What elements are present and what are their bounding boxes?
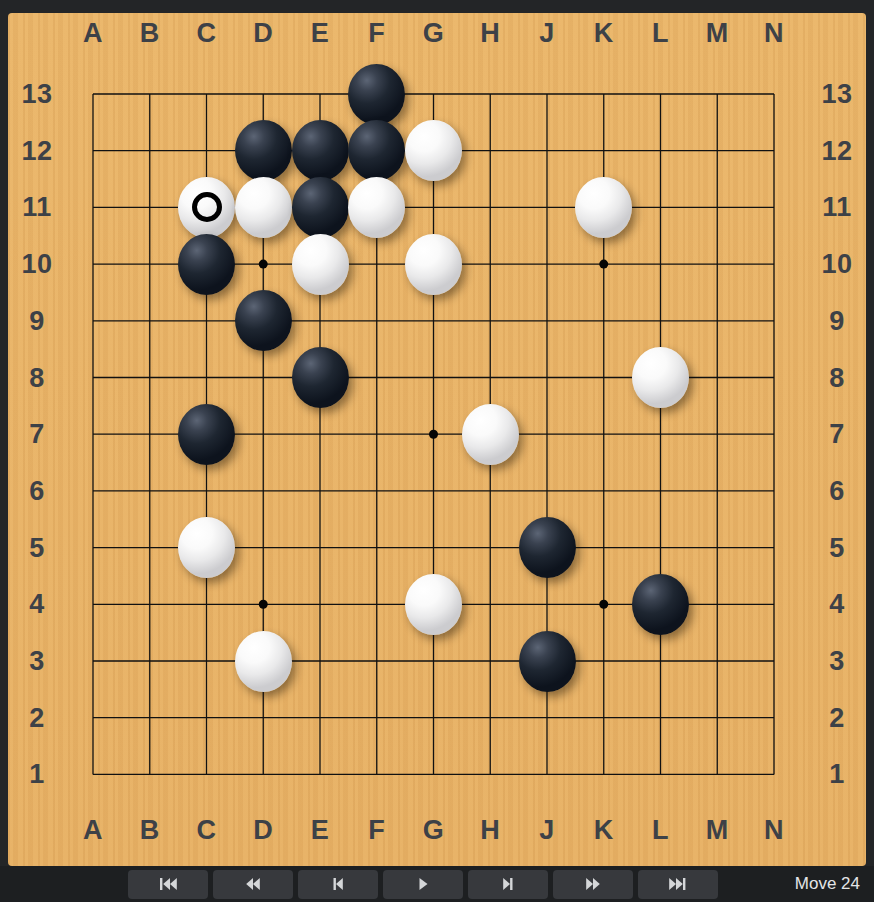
column-label-top: J — [539, 18, 555, 49]
column-label-bottom: L — [652, 815, 669, 846]
column-label-top: H — [480, 18, 500, 49]
row-label-right: 4 — [829, 589, 845, 620]
column-label-bottom: F — [368, 815, 385, 846]
stone-black — [292, 177, 349, 238]
column-label-bottom: G — [423, 815, 445, 846]
column-label-bottom: A — [83, 815, 103, 846]
star-point — [259, 600, 268, 609]
row-label-left: 9 — [29, 305, 45, 336]
column-label-top: N — [764, 18, 784, 49]
column-label-bottom: N — [764, 815, 784, 846]
stone-white — [405, 120, 462, 181]
row-label-left: 1 — [29, 759, 45, 790]
stone-white — [462, 404, 519, 465]
fast-forward-button[interactable] — [553, 870, 633, 899]
stone-white — [235, 177, 292, 238]
row-label-left: 13 — [21, 79, 52, 110]
row-label-right: 12 — [821, 135, 852, 166]
skip-back-icon — [156, 876, 180, 892]
row-label-left: 6 — [29, 475, 45, 506]
column-label-top: F — [368, 18, 385, 49]
first-move-button[interactable] — [128, 870, 208, 899]
stone-black — [519, 517, 576, 578]
column-label-top: B — [140, 18, 160, 49]
playback-buttons — [128, 870, 718, 899]
row-label-left: 8 — [29, 362, 45, 393]
stone-black — [235, 290, 292, 351]
stone-black — [348, 64, 405, 125]
row-label-left: 10 — [21, 249, 52, 280]
row-label-left: 11 — [22, 192, 52, 223]
fast-forward-icon — [581, 876, 605, 892]
column-label-bottom: B — [140, 815, 160, 846]
row-label-right: 8 — [829, 362, 845, 393]
column-label-top: C — [197, 18, 217, 49]
step-forward-icon — [496, 876, 520, 892]
previous-move-button[interactable] — [298, 870, 378, 899]
next-move-button[interactable] — [468, 870, 548, 899]
row-label-right: 10 — [821, 249, 852, 280]
row-label-left: 2 — [29, 702, 45, 733]
column-label-top: D — [253, 18, 273, 49]
play-button[interactable] — [383, 870, 463, 899]
play-icon — [411, 876, 435, 892]
stone-white — [632, 347, 689, 408]
fast-rewind-button[interactable] — [213, 870, 293, 899]
row-label-right: 5 — [829, 532, 845, 563]
move-counter: Move 24 — [795, 874, 860, 894]
star-point — [599, 260, 608, 269]
column-label-top: E — [311, 18, 330, 49]
goban[interactable]: AABBCCDDEEFFGGHHJJKKLLMMNN13131212111110… — [8, 13, 866, 866]
column-label-top: L — [652, 18, 669, 49]
row-label-left: 5 — [29, 532, 45, 563]
stone-white — [405, 574, 462, 635]
stone-white — [292, 234, 349, 295]
column-label-top: G — [423, 18, 445, 49]
column-label-bottom: H — [480, 815, 500, 846]
row-label-right: 11 — [822, 192, 852, 223]
skip-forward-icon — [666, 876, 690, 892]
row-label-left: 4 — [29, 589, 45, 620]
last-move-button[interactable] — [638, 870, 718, 899]
row-label-right: 2 — [829, 702, 845, 733]
last-move-marker — [192, 192, 222, 222]
column-label-top: K — [594, 18, 614, 49]
star-point — [259, 260, 268, 269]
stone-white — [178, 177, 235, 238]
row-label-right: 9 — [829, 305, 845, 336]
column-label-bottom: E — [311, 815, 330, 846]
row-label-right: 3 — [829, 646, 845, 677]
stone-black — [178, 404, 235, 465]
stone-black — [519, 631, 576, 692]
row-label-right: 7 — [829, 419, 845, 450]
stone-white — [235, 631, 292, 692]
fast-rewind-icon — [241, 876, 265, 892]
column-label-bottom: M — [706, 815, 729, 846]
stone-white — [178, 517, 235, 578]
star-point — [599, 600, 608, 609]
stone-black — [632, 574, 689, 635]
step-back-icon — [326, 876, 350, 892]
stone-black — [292, 347, 349, 408]
column-label-bottom: J — [539, 815, 555, 846]
star-point — [429, 430, 438, 439]
stone-black — [178, 234, 235, 295]
go-game-viewer: AABBCCDDEEFFGGHHJJKKLLMMNN13131212111110… — [0, 0, 874, 902]
stone-white — [405, 234, 462, 295]
column-label-bottom: K — [594, 815, 614, 846]
column-label-bottom: C — [197, 815, 217, 846]
row-label-left: 7 — [29, 419, 45, 450]
stone-black — [235, 120, 292, 181]
row-label-right: 13 — [821, 79, 852, 110]
row-label-left: 12 — [21, 135, 52, 166]
column-label-top: A — [83, 18, 103, 49]
stone-white — [575, 177, 632, 238]
column-label-bottom: D — [253, 815, 273, 846]
stone-black — [292, 120, 349, 181]
column-label-top: M — [706, 18, 729, 49]
row-label-left: 3 — [29, 646, 45, 677]
row-label-right: 1 — [829, 759, 845, 790]
row-label-right: 6 — [829, 475, 845, 506]
stone-white — [348, 177, 405, 238]
playback-bar: Move 24 — [0, 866, 874, 902]
